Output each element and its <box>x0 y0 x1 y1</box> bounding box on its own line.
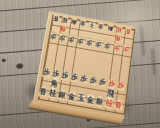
wood-knot <box>16 63 24 70</box>
shogi-piece-gote[interactable]: 香 <box>52 14 60 23</box>
piece-kanji: 桂 <box>116 26 122 32</box>
piece-kanji: 玉 <box>76 93 85 102</box>
piece-kanji: 飛 <box>106 89 115 98</box>
piece-kanji: 銀 <box>71 18 77 24</box>
piece-kanji: 歩 <box>117 82 125 90</box>
piece-kanji: 歩 <box>61 72 69 80</box>
shogi-piece-gote[interactable]: 歩 <box>113 42 121 51</box>
shogi-piece-gote[interactable]: 王 <box>88 19 96 29</box>
shogi-piece-gote[interactable]: 金 <box>97 21 105 30</box>
piece-kanji: 桂 <box>62 16 68 22</box>
piece-kanji: 金 <box>80 19 86 25</box>
shogi-piece-sente[interactable]: 玉 <box>76 92 87 105</box>
piece-kanji: 歩 <box>89 77 97 85</box>
pieces-layer: 香桂銀金王金銀桂香飛角歩歩歩歩歩歩歩歩歩歩歩歩歩歩歩歩歩歩角飛香桂銀金玉金銀桂香 <box>34 11 135 117</box>
shogi-piece-sente[interactable]: 銀 <box>95 95 105 107</box>
piece-kanji: 金 <box>67 92 75 101</box>
piece-kanji: 歩 <box>50 32 57 39</box>
piece-kanji: 桂 <box>49 89 57 98</box>
piece-kanji: 王 <box>89 21 96 28</box>
piece-kanji: 銀 <box>58 90 66 99</box>
shogi-board[interactable]: 香桂銀金王金銀桂香飛角歩歩歩歩歩歩歩歩歩歩歩歩歩歩歩歩歩歩角飛香桂銀金玉金銀桂香 <box>33 11 136 117</box>
piece-kanji: 歩 <box>104 42 111 49</box>
board-surface[interactable]: 香桂銀金王金銀桂香飛角歩歩歩歩歩歩歩歩歩歩歩歩歩歩歩歩歩歩角飛香桂銀金玉金銀桂香 <box>33 11 136 117</box>
piece-kanji: 桂 <box>105 99 113 108</box>
shogi-piece-sente[interactable]: 歩 <box>98 77 107 88</box>
piece-kanji: 香 <box>39 87 47 96</box>
wood-knot <box>1 58 6 62</box>
shogi-piece-sente[interactable]: 歩 <box>70 72 79 83</box>
piece-kanji: 金 <box>98 23 104 29</box>
piece-kanji: 歩 <box>52 70 60 78</box>
shogi-piece-gote[interactable]: 銀 <box>106 23 113 32</box>
piece-kanji: 飛 <box>60 25 67 32</box>
piece-kanji: 歩 <box>108 80 116 88</box>
shogi-piece-sente[interactable]: 歩 <box>88 75 97 86</box>
shogi-piece-sente[interactable]: 歩 <box>51 69 61 80</box>
shogi-piece-sente[interactable]: 歩 <box>116 80 125 91</box>
piece-kanji: 歩 <box>68 35 75 42</box>
shogi-piece-gote[interactable]: 飛 <box>59 23 68 33</box>
shogi-piece-gote[interactable]: 金 <box>79 18 87 27</box>
shogi-piece-gote[interactable]: 歩 <box>85 37 93 46</box>
piece-kanji: 香 <box>125 27 131 33</box>
piece-kanji: 歩 <box>77 37 84 44</box>
shogi-piece-sente[interactable]: 銀 <box>57 89 67 101</box>
shogi-piece-sente[interactable]: 香 <box>114 99 124 111</box>
shogi-piece-gote[interactable]: 角 <box>114 33 123 43</box>
piece-kanji: 角 <box>114 34 121 41</box>
shogi-piece-sente[interactable]: 金 <box>67 91 77 103</box>
photo-scene: 香桂銀金王金銀桂香飛角歩歩歩歩歩歩歩歩歩歩歩歩歩歩歩歩歩歩角飛香桂銀金玉金銀桂香 <box>0 0 160 128</box>
piece-kanji: 歩 <box>80 75 88 83</box>
piece-kanji: 歩 <box>59 34 66 41</box>
shogi-piece-sente[interactable]: 歩 <box>79 74 88 85</box>
piece-kanji: 角 <box>50 79 59 88</box>
shogi-piece-sente[interactable]: 歩 <box>42 67 52 78</box>
piece-kanji: 香 <box>53 15 59 21</box>
piece-kanji: 歩 <box>123 45 130 52</box>
shogi-piece-sente[interactable]: 歩 <box>60 70 70 81</box>
shogi-piece-gote[interactable]: 歩 <box>94 39 102 48</box>
shogi-piece-sente[interactable]: 金 <box>85 94 95 106</box>
shogi-piece-gote[interactable]: 歩 <box>76 36 84 45</box>
piece-kanji: 歩 <box>86 39 93 46</box>
piece-kanji: 歩 <box>71 73 79 81</box>
shogi-piece-sente[interactable]: 香 <box>38 86 48 98</box>
piece-kanji: 金 <box>86 95 94 104</box>
shogi-piece-sente[interactable]: 歩 <box>107 78 116 89</box>
shogi-piece-gote[interactable]: 桂 <box>115 25 122 34</box>
shogi-piece-gote[interactable]: 香 <box>124 26 131 35</box>
piece-kanji: 香 <box>115 100 123 109</box>
shogi-piece-gote[interactable]: 歩 <box>67 34 75 43</box>
piece-kanji: 銀 <box>96 97 104 106</box>
wood-grain-streak <box>151 49 156 75</box>
shogi-piece-gote[interactable]: 銀 <box>70 17 78 26</box>
piece-kanji: 歩 <box>99 78 107 86</box>
piece-kanji: 歩 <box>113 43 120 50</box>
piece-kanji: 銀 <box>107 24 113 30</box>
piece-kanji: 歩 <box>43 68 51 76</box>
shogi-piece-gote[interactable]: 歩 <box>122 44 130 53</box>
shogi-piece-gote[interactable]: 歩 <box>58 33 66 42</box>
shogi-piece-gote[interactable]: 歩 <box>49 31 57 40</box>
shogi-piece-gote[interactable]: 桂 <box>61 15 69 24</box>
shogi-piece-gote[interactable]: 歩 <box>104 41 112 50</box>
piece-kanji: 歩 <box>95 40 102 47</box>
